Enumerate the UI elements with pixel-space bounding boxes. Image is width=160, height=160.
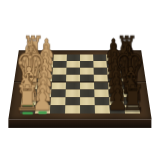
square-c5: [80, 89, 94, 97]
square-b4: [65, 97, 80, 105]
square-f4: [66, 68, 80, 75]
square-f5: [80, 68, 94, 75]
square-d5: [80, 82, 94, 89]
board-front-edge: [8, 119, 151, 128]
scene: ♜♟♟♜♞♟♟♞♝♟♟♝♚♟♟♚♛♟♟♛♝♟♟♝♞♟♟♞♜♟♟♜: [0, 0, 160, 160]
square-a8: ♜: [124, 105, 140, 113]
square-g5: [80, 61, 94, 68]
board-grid: ♜♟♟♜♞♟♟♞♝♟♟♝♚♟♟♚♛♟♟♛♝♟♟♝♞♟♟♞♜♟♟♜: [20, 54, 140, 113]
chess-board: ♜♟♟♜♞♟♟♞♝♟♟♝♚♟♟♚♛♟♟♛♝♟♟♝♞♟♟♞♜♟♟♜: [8, 50, 151, 119]
square-e5: [80, 75, 94, 82]
black-rook-piece: ♜: [120, 81, 145, 116]
square-e4: [66, 75, 80, 82]
square-a5: [80, 105, 95, 113]
square-g4: [66, 61, 80, 68]
board-frame: ♜♟♟♜♞♟♟♞♝♟♟♝♚♟♟♚♛♟♟♛♝♟♟♝♞♟♟♞♜♟♟♜: [8, 50, 151, 119]
chess-set-photo: ♜♟♟♜♞♟♟♞♝♟♟♝♚♟♟♚♛♟♟♛♝♟♟♝♞♟♟♞♜♟♟♜: [0, 0, 160, 160]
square-b5: [80, 97, 95, 105]
square-d4: [66, 82, 80, 89]
square-a1: ♜: [20, 105, 36, 113]
square-a4: [65, 105, 80, 113]
square-c4: [66, 89, 80, 97]
white-rook-piece: ♜: [15, 81, 40, 116]
